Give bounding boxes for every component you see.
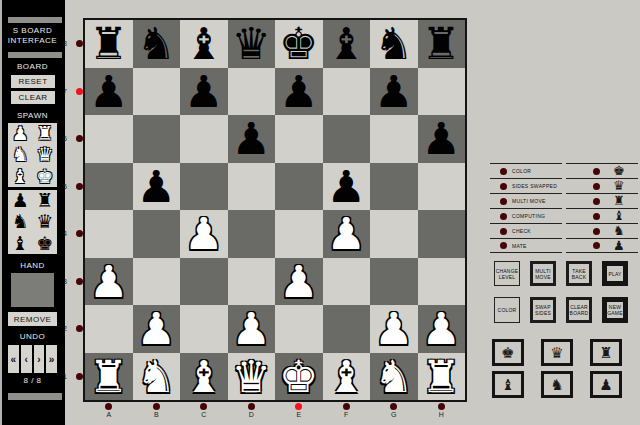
square-h6[interactable]: ♟ [418,115,466,163]
file-label-a: A [85,411,133,421]
piece-led-row-knight: ♞ [566,223,638,238]
file-dot-cell [180,402,228,410]
square-f6[interactable] [323,115,371,163]
rank-dot-cell [75,20,83,68]
black-pawn[interactable]: ♟ [232,115,271,163]
square-h5[interactable] [418,163,466,211]
black-rook[interactable]: ♜ [89,20,128,68]
square-b6[interactable] [133,115,181,163]
status-label: CHECK [512,228,531,234]
hand-section-label: HAND [0,261,65,271]
black-bishop[interactable]: ♝ [327,20,366,68]
square-c6[interactable] [180,115,228,163]
status-label: SIDES SWAPPED [512,183,557,189]
square-h1[interactable]: ♜ [418,353,466,401]
black-pawn[interactable]: ♟ [184,68,223,116]
square-b1[interactable]: ♞ [133,353,181,401]
board-section-label: BOARD [0,62,65,72]
piece-led-row-rook: ♜ [566,193,638,208]
square-d3[interactable] [228,258,276,306]
command-buttons-row1: CHANGE LEVELMULTI MOVETAKE BACKPLAY [494,261,628,286]
piece-select-boxes-row1: ♚♛♜ [492,339,622,366]
black-pawn[interactable]: ♟ [279,68,318,116]
square-a6[interactable] [85,115,133,163]
white-knight[interactable]: ♞ [374,353,413,401]
file-label-d: D [228,411,276,421]
spawn-palette-white: ♟♜♞♛♝♚ [8,123,57,187]
spawn-black-pawn[interactable]: ♟ [8,190,33,211]
status-row-mate: MATE [490,238,562,253]
file-dot-f [343,403,350,410]
rank-dot-cell [75,163,83,211]
square-e3[interactable]: ♟ [275,258,323,306]
file-dot-g [390,403,397,410]
black-pawn[interactable]: ♟ [374,68,413,116]
piece-led [593,228,600,235]
undo-counter: 8 / 8 [0,376,65,386]
square-h3[interactable] [418,258,466,306]
sidebar-bottom-bar [8,393,62,400]
status-led [500,198,507,205]
file-dot-cell [323,402,371,410]
spawn-white-knight[interactable]: ♞ [8,144,33,165]
rank-dot-cell [75,115,83,163]
square-g5[interactable] [370,163,418,211]
chess-board: ♜♞♝♛♚♝♞♜♟♟♟♟♟♟♟♟♟♟♟♟♟♟♟♟♜♞♝♛♚♝♞♜ [85,20,465,400]
piece-led-list: ♚♛♜♝♞♟ [566,163,638,253]
square-g2[interactable]: ♟ [370,305,418,353]
square-g1[interactable]: ♞ [370,353,418,401]
file-label-f: F [323,411,371,421]
file-dot-cell [370,402,418,410]
black-bishop-icon: ♝ [613,209,625,223]
square-g4[interactable] [370,210,418,258]
color-button[interactable]: COLOR [494,297,520,323]
square-c2[interactable] [180,305,228,353]
white-pawn[interactable]: ♟ [184,210,223,258]
black-pawn[interactable]: ♟ [89,68,128,116]
white-knight[interactable]: ♞ [137,353,176,401]
chess-board-frame: ♜♞♝♛♚♝♞♜♟♟♟♟♟♟♟♟♟♟♟♟♟♟♟♟♜♞♝♛♚♝♞♜ [83,18,467,402]
white-rook[interactable]: ♜ [422,353,461,401]
square-h7[interactable] [418,68,466,116]
rank-label-4: 4 [58,210,72,258]
piece-led-row-king: ♚ [566,163,638,178]
spawn-white-bishop[interactable]: ♝ [8,166,33,187]
command-buttons-row2: COLORSWAP SIDESCLEAR BOARDNEW GAME [494,297,628,323]
square-e1[interactable]: ♚ [275,353,323,401]
clear-board-button[interactable]: CLEAR BOARD [566,297,592,323]
white-bishop[interactable]: ♝ [184,353,223,401]
white-pawn[interactable]: ♟ [137,305,176,353]
white-pawn[interactable]: ♟ [89,258,128,306]
white-rook[interactable]: ♜ [89,353,128,401]
rank-dot-8 [76,40,83,47]
square-g8[interactable]: ♞ [370,20,418,68]
status-led [500,168,507,175]
remove-button[interactable]: REMOVE [8,312,57,326]
undo-back-button[interactable]: ‹ [21,345,32,373]
square-d1[interactable]: ♛ [228,353,276,401]
spawn-white-queen[interactable]: ♛ [33,144,58,165]
new-game-button[interactable]: NEW GAME [602,297,628,323]
king-select-box[interactable]: ♚ [492,339,524,366]
rank-label-7: 7 [58,68,72,116]
spawn-black-knight[interactable]: ♞ [8,211,33,232]
rank-dot-cell [75,305,83,353]
app-title-line1: S BOARD [0,26,65,36]
status-label: MULTI MOVE [512,198,546,204]
file-label-h: H [418,411,466,421]
queen-select-box[interactable]: ♛ [541,339,573,366]
spawn-white-king[interactable]: ♚ [33,166,58,187]
play-button[interactable]: PLAY [602,261,628,286]
rank-dot-7-active [76,88,83,95]
white-bishop[interactable]: ♝ [327,353,366,401]
rook-select-box[interactable]: ♜ [590,339,622,366]
square-a1[interactable]: ♜ [85,353,133,401]
rank-dot-cell [75,258,83,306]
multi-move-button[interactable]: MULTI MOVE [530,261,556,286]
rank-label-6: 6 [58,115,72,163]
spawn-black-rook[interactable]: ♜ [33,190,58,211]
square-a4[interactable] [85,210,133,258]
title-divider-bottom [8,52,62,58]
square-b2[interactable]: ♟ [133,305,181,353]
white-pawn[interactable]: ♟ [374,305,413,353]
piece-led-row-pawn: ♟ [566,238,638,253]
square-g7[interactable]: ♟ [370,68,418,116]
square-a8[interactable]: ♜ [85,20,133,68]
square-d7[interactable] [228,68,276,116]
app-title-line2: INTERFACE [0,36,65,46]
square-f8[interactable]: ♝ [323,20,371,68]
rank-label-8: 8 [58,20,72,68]
square-a3[interactable]: ♟ [85,258,133,306]
square-c3[interactable] [180,258,228,306]
rank-dot-4 [76,230,83,237]
rank-dot-1 [76,373,83,380]
status-row-color: COLOR [490,163,562,178]
reset-button[interactable]: RESET [11,75,55,88]
pawn-select-box[interactable]: ♟ [590,371,622,398]
status-led [500,242,507,249]
black-knight[interactable]: ♞ [374,20,413,68]
status-row-computing: COMPUTING [490,208,562,223]
black-queen[interactable]: ♛ [232,20,271,68]
file-dot-cell [85,402,133,410]
file-dot-h [438,403,445,410]
knight-select-box[interactable]: ♞ [541,371,573,398]
square-d6[interactable]: ♟ [228,115,276,163]
rank-label-2: 2 [58,305,72,353]
undo-last-button[interactable]: » [46,345,57,373]
square-a5[interactable] [85,163,133,211]
file-indicator-dots [85,402,465,410]
rank-dot-3 [76,278,83,285]
rank-labels: 87654321 [58,20,72,400]
spawn-black-queen[interactable]: ♛ [33,211,58,232]
status-led [500,228,507,235]
file-label-c: C [180,411,228,421]
black-knight[interactable]: ♞ [137,20,176,68]
black-king-icon: ♚ [613,164,625,178]
white-pawn[interactable]: ♟ [232,305,271,353]
white-pawn[interactable]: ♟ [327,210,366,258]
spawn-palette-black: ♟♜♞♛♝♚ [8,190,57,254]
piece-led [593,168,600,175]
rank-dot-cell [75,68,83,116]
square-f1[interactable]: ♝ [323,353,371,401]
square-e5[interactable] [275,163,323,211]
square-g3[interactable] [370,258,418,306]
piece-select-boxes-row2: ♝♞♟ [492,371,622,398]
spawn-black-bishop[interactable]: ♝ [8,233,33,254]
file-dot-cell [418,402,466,410]
square-e6[interactable] [275,115,323,163]
white-pawn[interactable]: ♟ [422,305,461,353]
black-queen-icon: ♛ [613,179,625,193]
file-dot-c [200,403,207,410]
file-label-e: E [275,411,323,421]
rank-label-5: 5 [58,163,72,211]
file-dot-cell [228,402,276,410]
square-g6[interactable] [370,115,418,163]
status-label: MATE [512,243,527,249]
square-b8[interactable]: ♞ [133,20,181,68]
spawn-section-label: SPAWN [0,111,65,121]
file-dot-b [153,403,160,410]
square-d4[interactable] [228,210,276,258]
status-row-check: CHECK [490,223,562,238]
file-dot-cell [275,402,323,410]
square-b7[interactable] [133,68,181,116]
piece-led [593,242,600,249]
status-led-list: COLORSIDES SWAPPEDMULTI MOVECOMPUTINGCHE… [490,163,562,253]
rank-dot-5 [76,183,83,190]
square-f3[interactable] [323,258,371,306]
take-back-button[interactable]: TAKE BACK [566,261,592,286]
spawn-white-rook[interactable]: ♜ [33,123,58,144]
undo-first-button[interactable]: « [8,345,19,373]
rank-label-3: 3 [58,258,72,306]
square-b5[interactable]: ♟ [133,163,181,211]
white-king[interactable]: ♚ [279,353,318,401]
rank-indicator-dots [75,20,83,400]
square-d8[interactable]: ♛ [228,20,276,68]
swap-sides-button[interactable]: SWAP SIDES [530,297,556,323]
title-divider-top [8,17,62,23]
black-rook[interactable]: ♜ [422,20,461,68]
square-e8[interactable]: ♚ [275,20,323,68]
file-dot-d [248,403,255,410]
rank-dot-cell [75,353,83,401]
bishop-select-box[interactable]: ♝ [492,371,524,398]
file-dot-cell [133,402,181,410]
white-queen[interactable]: ♛ [232,353,271,401]
file-dot-a [105,403,112,410]
square-f5[interactable]: ♟ [323,163,371,211]
piece-led [593,213,600,220]
square-f4[interactable]: ♟ [323,210,371,258]
hand-slot[interactable] [11,273,54,307]
status-row-multi-move: MULTI MOVE [490,193,562,208]
square-b3[interactable] [133,258,181,306]
square-h4[interactable] [418,210,466,258]
file-labels: ABCDEFGH [85,411,465,421]
rank-label-1: 1 [58,353,72,401]
rank-dot-6 [76,135,83,142]
black-pawn-icon: ♟ [613,239,625,253]
square-d5[interactable] [228,163,276,211]
black-rook-icon: ♜ [613,194,625,208]
black-pawn[interactable]: ♟ [327,163,366,211]
black-pawn[interactable]: ♟ [137,163,176,211]
status-label: COLOR [512,168,531,174]
square-f2[interactable] [323,305,371,353]
spawn-black-king[interactable]: ♚ [33,233,58,254]
square-d2[interactable]: ♟ [228,305,276,353]
square-c8[interactable]: ♝ [180,20,228,68]
square-c5[interactable] [180,163,228,211]
black-pawn[interactable]: ♟ [422,115,461,163]
square-a7[interactable]: ♟ [85,68,133,116]
undo-controls: «‹›» [8,345,57,373]
change-level-button[interactable]: CHANGE LEVEL [494,261,520,286]
piece-led-row-bishop: ♝ [566,208,638,223]
clear-button[interactable]: CLEAR [11,91,55,104]
undo-forward-button[interactable]: › [34,345,45,373]
file-label-b: B [133,411,181,421]
status-row-sides-swapped: SIDES SWAPPED [490,178,562,193]
square-h2[interactable]: ♟ [418,305,466,353]
black-king[interactable]: ♚ [279,20,318,68]
square-b4[interactable] [133,210,181,258]
status-label: COMPUTING [512,213,545,219]
file-dot-e-active [295,403,302,410]
square-e7[interactable]: ♟ [275,68,323,116]
status-led [500,183,507,190]
square-c1[interactable]: ♝ [180,353,228,401]
rank-dot-cell [75,210,83,258]
square-c4[interactable]: ♟ [180,210,228,258]
piece-led-row-queen: ♛ [566,178,638,193]
black-knight-icon: ♞ [613,224,625,238]
square-h8[interactable]: ♜ [418,20,466,68]
white-pawn[interactable]: ♟ [279,258,318,306]
black-bishop[interactable]: ♝ [184,20,223,68]
rank-dot-2 [76,325,83,332]
file-label-g: G [370,411,418,421]
square-e4[interactable] [275,210,323,258]
square-c7[interactable]: ♟ [180,68,228,116]
piece-led [593,183,600,190]
square-e2[interactable] [275,305,323,353]
piece-led [593,198,600,205]
spawn-white-pawn[interactable]: ♟ [8,123,33,144]
square-f7[interactable] [323,68,371,116]
square-a2[interactable] [85,305,133,353]
status-led [500,213,507,220]
undo-section-label: UNDO [0,332,65,342]
